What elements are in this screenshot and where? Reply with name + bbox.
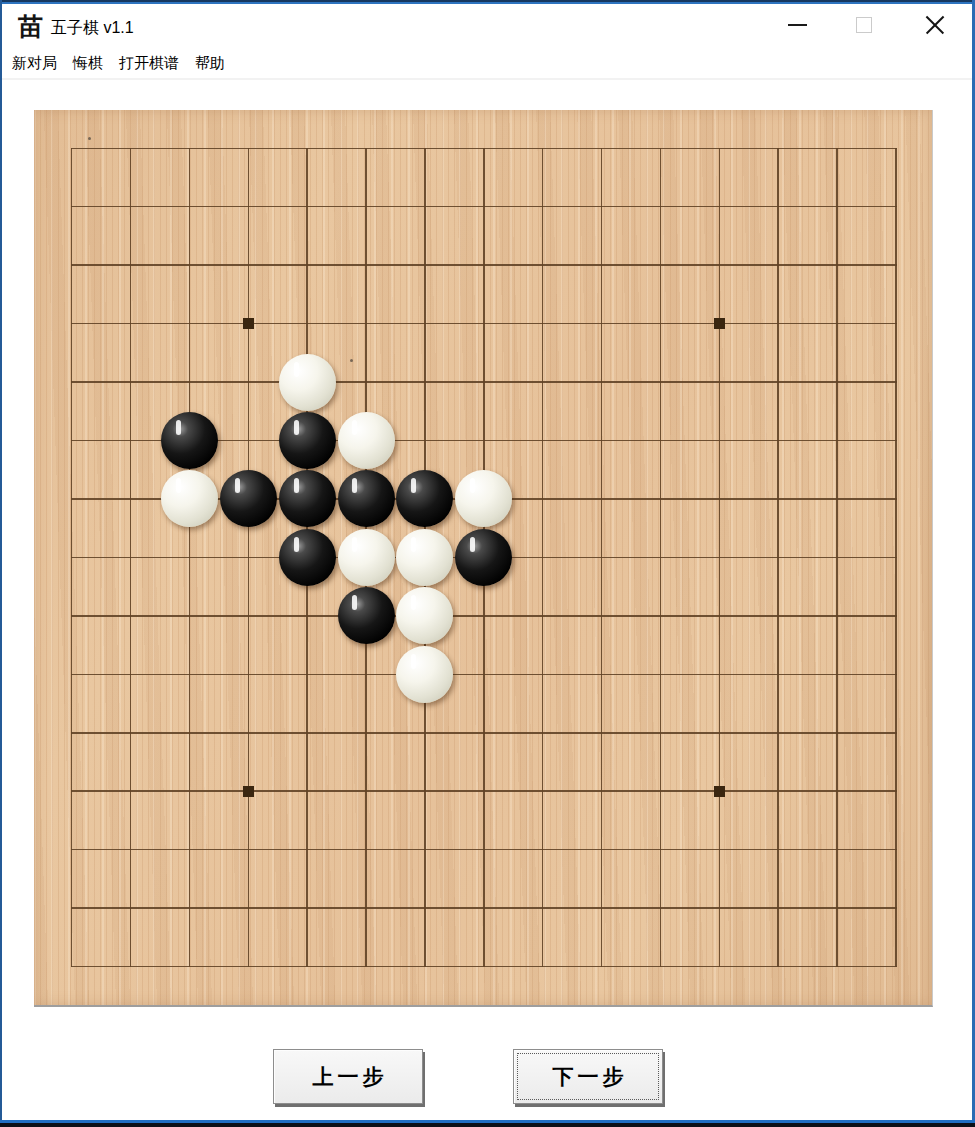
stone-white xyxy=(396,646,453,703)
gomoku-board[interactable] xyxy=(34,110,933,1007)
board-grid xyxy=(72,148,896,966)
grid-line-v xyxy=(542,148,544,968)
minimize-button[interactable] xyxy=(774,4,820,46)
grid-line-v xyxy=(660,148,662,968)
menu-item-undo[interactable]: 悔棋 xyxy=(65,54,111,73)
app-window: { "window": { "title": "五子棋 v1.1", "icon… xyxy=(0,0,975,1127)
grid-line-h xyxy=(71,732,897,734)
grid-line-v xyxy=(719,148,721,968)
stone-black xyxy=(338,470,395,527)
stone-black xyxy=(279,529,336,586)
stone-black xyxy=(338,587,395,644)
star-point xyxy=(243,318,254,329)
maximize-icon xyxy=(856,17,872,33)
menu-item-open-record[interactable]: 打开棋谱 xyxy=(111,54,187,73)
stone-white xyxy=(279,354,336,411)
star-point xyxy=(714,318,725,329)
window-border-top xyxy=(0,0,975,4)
grid-line-v xyxy=(601,148,603,968)
window-bottom-edge xyxy=(0,1123,975,1127)
menu-item-new-game[interactable]: 新对局 xyxy=(4,54,65,73)
grid-line-h xyxy=(71,790,897,792)
stone-white xyxy=(338,412,395,469)
grid-line-h xyxy=(71,966,897,968)
close-button[interactable] xyxy=(912,4,958,46)
menu-bar: 新对局 悔棋 打开棋谱 帮助 xyxy=(2,48,972,80)
stone-white xyxy=(396,529,453,586)
window-border-left xyxy=(0,0,2,1120)
grid-line-v xyxy=(895,148,897,968)
window-title: 五子棋 v1.1 xyxy=(51,18,134,39)
stone-black xyxy=(396,470,453,527)
close-icon xyxy=(924,14,946,36)
stone-black xyxy=(279,412,336,469)
stone-black xyxy=(279,470,336,527)
grid-line-h xyxy=(71,907,897,909)
maximize-button[interactable] xyxy=(841,4,887,46)
board-speck xyxy=(350,359,353,362)
stone-black xyxy=(161,412,218,469)
star-point xyxy=(714,786,725,797)
stone-white xyxy=(455,470,512,527)
stone-black xyxy=(220,470,277,527)
app-icon: 苗 xyxy=(18,11,43,41)
grid-line-v xyxy=(777,148,779,968)
stone-white xyxy=(338,529,395,586)
prev-step-button[interactable]: 上一步 xyxy=(273,1049,423,1104)
stone-white xyxy=(396,587,453,644)
minimize-icon xyxy=(788,24,807,26)
grid-line-h xyxy=(71,849,897,851)
grid-line-h xyxy=(71,674,897,676)
stone-white xyxy=(161,470,218,527)
menu-item-help[interactable]: 帮助 xyxy=(187,54,233,73)
title-bar: 苗 五子棋 v1.1 xyxy=(2,4,972,48)
grid-line-h xyxy=(71,615,897,617)
grid-line-v xyxy=(836,148,838,968)
next-step-button[interactable]: 下一步 xyxy=(513,1049,663,1104)
board-speck xyxy=(88,137,91,140)
stone-black xyxy=(455,529,512,586)
star-point xyxy=(243,786,254,797)
